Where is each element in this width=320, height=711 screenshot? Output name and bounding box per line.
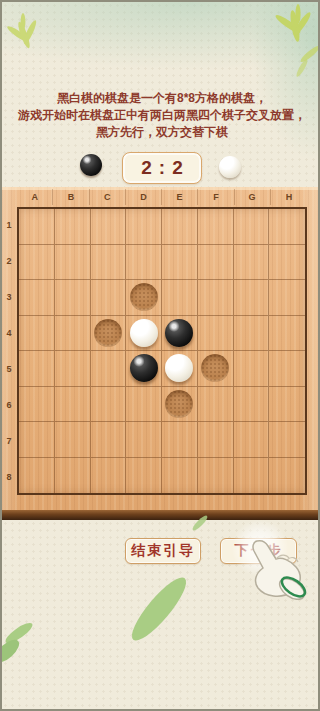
tutorial-text-line1: 黑白棋的棋盘是一个有8*8方格的棋盘， [12, 90, 312, 107]
board-cell-e8[interactable] [162, 458, 198, 494]
board-cell-g3[interactable] [234, 280, 270, 316]
board-cell-f5[interactable] [198, 351, 234, 387]
col-label-B: B [53, 189, 89, 205]
board-cell-c6[interactable] [91, 387, 127, 423]
score-white-count: 2 [172, 157, 183, 179]
row-labels: 12345678 [2, 207, 16, 495]
board-grid [17, 207, 307, 495]
col-label-G: G [235, 189, 271, 205]
row-label-8: 8 [2, 459, 16, 495]
board-cell-f6[interactable] [198, 387, 234, 423]
board-cell-f4[interactable] [198, 316, 234, 352]
row-label-3: 3 [2, 279, 16, 315]
board-cell-h6[interactable] [269, 387, 305, 423]
board-cell-f3[interactable] [198, 280, 234, 316]
board-cell-a2[interactable] [19, 245, 55, 281]
row-label-1: 1 [2, 207, 16, 243]
board-cell-b4[interactable] [55, 316, 91, 352]
board-cell-h3[interactable] [269, 280, 305, 316]
hint-hole-c4[interactable] [94, 319, 122, 347]
board-cell-e4[interactable] [162, 316, 198, 352]
board-cell-c2[interactable] [91, 245, 127, 281]
board-cell-g7[interactable] [234, 422, 270, 458]
board-cell-e5[interactable] [162, 351, 198, 387]
board-cell-c8[interactable] [91, 458, 127, 494]
board-cell-g8[interactable] [234, 458, 270, 494]
board-cell-f2[interactable] [198, 245, 234, 281]
score-black-disc [80, 154, 102, 176]
board-cell-g5[interactable] [234, 351, 270, 387]
board-cell-h4[interactable] [269, 316, 305, 352]
board-cell-a6[interactable] [19, 387, 55, 423]
board-cell-c7[interactable] [91, 422, 127, 458]
col-label-F: F [198, 189, 234, 205]
board-cell-d6[interactable] [126, 387, 162, 423]
hint-hole-e6[interactable] [165, 390, 193, 418]
board-cell-a7[interactable] [19, 422, 55, 458]
board-bottom-edge [2, 510, 320, 520]
board-cell-d2[interactable] [126, 245, 162, 281]
tutorial-text-line3: 黑方先行，双方交替下棋 [12, 124, 312, 141]
board-cell-c3[interactable] [91, 280, 127, 316]
board-cell-h8[interactable] [269, 458, 305, 494]
disc-white-d4 [130, 319, 158, 347]
board-cell-d7[interactable] [126, 422, 162, 458]
disc-white-e5 [165, 354, 193, 382]
board-cell-c5[interactable] [91, 351, 127, 387]
tutorial-text: 黑白棋的棋盘是一个有8*8方格的棋盘， 游戏开始时在棋盘正中有两白两黑四个棋子交… [12, 90, 312, 141]
board-cell-d1[interactable] [126, 209, 162, 245]
board-cell-d3[interactable] [126, 280, 162, 316]
score-white-disc [219, 156, 241, 178]
col-label-C: C [90, 189, 126, 205]
board-panel: ABCDEFGH 12345678 [2, 187, 320, 520]
board-cell-b5[interactable] [55, 351, 91, 387]
next-step-button-label: 下一步 [235, 542, 283, 560]
board-cell-b2[interactable] [55, 245, 91, 281]
row-label-7: 7 [2, 423, 16, 459]
board-cell-a8[interactable] [19, 458, 55, 494]
board-cell-a1[interactable] [19, 209, 55, 245]
end-guide-button-label: 结束引导 [131, 542, 195, 560]
board-cell-e2[interactable] [162, 245, 198, 281]
board-cell-e1[interactable] [162, 209, 198, 245]
end-guide-button[interactable]: 结束引导 [125, 538, 201, 564]
bottom-leaves-decoration [2, 502, 320, 711]
row-label-4: 4 [2, 315, 16, 351]
board-cell-a3[interactable] [19, 280, 55, 316]
board-cell-b8[interactable] [55, 458, 91, 494]
row-label-5: 5 [2, 351, 16, 387]
board-cell-f1[interactable] [198, 209, 234, 245]
tutorial-text-line2: 游戏开始时在棋盘正中有两白两黑四个棋子交叉放置， [12, 107, 312, 124]
board-cell-c4[interactable] [91, 316, 127, 352]
col-label-A: A [17, 189, 53, 205]
board-cell-g6[interactable] [234, 387, 270, 423]
board-cell-f8[interactable] [198, 458, 234, 494]
board-cell-g2[interactable] [234, 245, 270, 281]
board-cell-c1[interactable] [91, 209, 127, 245]
board-cell-h2[interactable] [269, 245, 305, 281]
score-plaque: 2 : 2 [122, 152, 202, 184]
col-label-E: E [162, 189, 198, 205]
board-cell-e3[interactable] [162, 280, 198, 316]
board-cell-a4[interactable] [19, 316, 55, 352]
board-cell-d5[interactable] [126, 351, 162, 387]
board-cell-b3[interactable] [55, 280, 91, 316]
board-cell-d4[interactable] [126, 316, 162, 352]
hint-hole-f5[interactable] [201, 354, 229, 382]
board-cell-a5[interactable] [19, 351, 55, 387]
top-green-wash [2, 2, 318, 80]
othello-tutorial-screen: 黑白棋的棋盘是一个有8*8方格的棋盘， 游戏开始时在棋盘正中有两白两黑四个棋子交… [0, 0, 320, 711]
row-label-2: 2 [2, 243, 16, 279]
column-labels: ABCDEFGH [17, 189, 307, 205]
col-label-D: D [126, 189, 162, 205]
board-cell-g4[interactable] [234, 316, 270, 352]
col-label-H: H [271, 189, 307, 205]
hint-hole-d3[interactable] [130, 283, 158, 311]
score-separator: : [159, 157, 165, 179]
board-cell-b7[interactable] [55, 422, 91, 458]
disc-black-d5 [130, 354, 158, 382]
board-cell-g1[interactable] [234, 209, 270, 245]
board-cell-e7[interactable] [162, 422, 198, 458]
board-cell-e6[interactable] [162, 387, 198, 423]
row-label-6: 6 [2, 387, 16, 423]
board-cell-f7[interactable] [198, 422, 234, 458]
board-cell-b1[interactable] [55, 209, 91, 245]
board-cell-b6[interactable] [55, 387, 91, 423]
score-black-count: 2 [141, 157, 152, 179]
board-cell-h1[interactable] [269, 209, 305, 245]
board-cell-d8[interactable] [126, 458, 162, 494]
board-cell-h5[interactable] [269, 351, 305, 387]
board-cell-h7[interactable] [269, 422, 305, 458]
disc-black-e4 [165, 319, 193, 347]
next-step-button[interactable]: 下一步 [220, 538, 297, 564]
